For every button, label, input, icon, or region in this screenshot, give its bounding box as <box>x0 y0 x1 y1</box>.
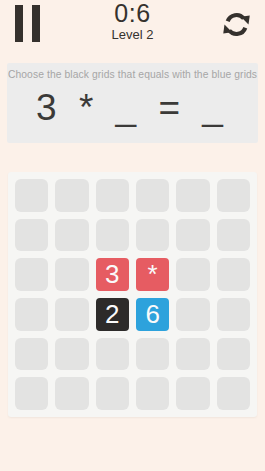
grid-cell[interactable] <box>176 258 209 291</box>
grid-cell[interactable] <box>176 179 209 212</box>
grid-cell[interactable] <box>15 298 48 331</box>
grid-cell[interactable] <box>176 219 209 252</box>
board: 3*26 <box>8 172 257 417</box>
top-bar: 0:6 Level 2 <box>0 0 265 50</box>
pause-bar-left <box>15 5 23 42</box>
grid-cell[interactable] <box>176 377 209 410</box>
grid-cell[interactable] <box>55 258 88 291</box>
grid-cell[interactable] <box>15 219 48 252</box>
pause-icon <box>15 5 40 42</box>
grid-cell[interactable] <box>217 258 250 291</box>
grid-cell[interactable]: 6 <box>136 298 169 331</box>
grid-cell[interactable]: * <box>136 258 169 291</box>
grid-cell[interactable] <box>96 338 129 371</box>
grid-cell[interactable] <box>96 179 129 212</box>
grid-cell[interactable] <box>15 377 48 410</box>
instruction-panel: Choose the black grids that equals with … <box>7 63 258 143</box>
equation: 3 * _ = _ <box>36 80 229 143</box>
grid-cell[interactable]: 2 <box>96 298 129 331</box>
grid-cell[interactable] <box>176 298 209 331</box>
grid-cell[interactable] <box>136 338 169 371</box>
grid-cell[interactable] <box>96 219 129 252</box>
refresh-button[interactable] <box>219 5 253 43</box>
grid-cell[interactable] <box>217 219 250 252</box>
grid-cell[interactable] <box>217 338 250 371</box>
grid-cell[interactable] <box>55 377 88 410</box>
grid-cell[interactable] <box>55 298 88 331</box>
pause-bar-right <box>32 5 40 42</box>
grid-cell[interactable] <box>217 179 250 212</box>
grid-cell[interactable] <box>15 258 48 291</box>
grid-cell[interactable] <box>15 338 48 371</box>
refresh-icon <box>222 10 251 39</box>
instruction-text: Choose the black grids that equals with … <box>8 69 257 80</box>
grid-cell[interactable] <box>217 298 250 331</box>
grid-cell[interactable]: 3 <box>96 258 129 291</box>
grid-cell[interactable] <box>217 377 250 410</box>
grid-cell[interactable] <box>55 338 88 371</box>
grid-cell[interactable] <box>136 179 169 212</box>
pause-button[interactable] <box>10 0 44 46</box>
grid-cell[interactable] <box>176 338 209 371</box>
grid-cell[interactable] <box>136 377 169 410</box>
grid-cell[interactable] <box>15 179 48 212</box>
grid-cell[interactable] <box>55 219 88 252</box>
grid-cell[interactable] <box>136 219 169 252</box>
grid-cell[interactable] <box>96 377 129 410</box>
grid-cell[interactable] <box>55 179 88 212</box>
